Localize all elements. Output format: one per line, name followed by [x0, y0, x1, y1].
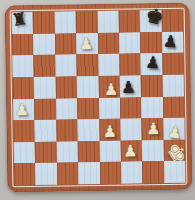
piece-black-rook[interactable]: ♜ — [11, 10, 29, 29]
square-g6[interactable]: ♟ — [141, 53, 163, 75]
piece-white-pawn[interactable]: ♟ — [102, 124, 117, 140]
square-f3[interactable] — [120, 118, 142, 140]
square-f8[interactable] — [119, 10, 141, 32]
square-f2[interactable]: ♟ — [121, 140, 143, 162]
square-h2[interactable]: ♚ — [163, 139, 185, 161]
square-a8[interactable]: ♜ — [12, 12, 34, 34]
square-g4[interactable] — [141, 96, 163, 118]
square-a2[interactable] — [14, 142, 36, 164]
square-f7[interactable] — [119, 32, 141, 54]
square-g5[interactable] — [141, 75, 163, 97]
square-b5[interactable] — [34, 77, 56, 99]
square-b6[interactable] — [34, 55, 56, 77]
photo-scene: ♜♚♟♟♟♟♟♟♟♟♟♟♚ — [0, 0, 195, 200]
square-a3[interactable] — [13, 120, 35, 142]
square-h5[interactable] — [162, 75, 184, 97]
square-g3[interactable]: ♟ — [142, 118, 164, 140]
square-e4[interactable] — [99, 97, 121, 119]
square-b2[interactable] — [35, 141, 57, 163]
square-d6[interactable] — [76, 54, 98, 76]
square-e6[interactable] — [98, 54, 120, 76]
square-b7[interactable] — [33, 33, 55, 55]
piece-white-pawn[interactable]: ♟ — [79, 37, 94, 53]
square-b3[interactable] — [35, 120, 57, 142]
square-d7[interactable]: ♟ — [76, 33, 98, 55]
square-a6[interactable] — [12, 55, 34, 77]
square-e2[interactable] — [99, 140, 121, 162]
square-f6[interactable] — [119, 54, 141, 76]
square-c4[interactable] — [56, 98, 78, 120]
chess-board: ♜♚♟♟♟♟♟♟♟♟♟♟♚ — [5, 3, 193, 193]
square-c7[interactable] — [55, 33, 77, 55]
square-g8[interactable]: ♚ — [140, 10, 162, 32]
square-e7[interactable] — [97, 32, 119, 54]
square-d2[interactable] — [78, 141, 100, 163]
square-f1[interactable] — [121, 162, 143, 184]
square-d8[interactable] — [76, 11, 98, 33]
piece-white-pawn[interactable]: ♟ — [146, 121, 161, 137]
square-a1[interactable] — [14, 163, 36, 185]
square-d3[interactable] — [77, 119, 99, 141]
square-a4[interactable]: ♟ — [13, 99, 35, 121]
square-b4[interactable] — [34, 98, 56, 120]
square-f4[interactable] — [120, 97, 142, 119]
square-h1[interactable] — [164, 161, 186, 183]
square-d5[interactable] — [77, 76, 99, 98]
square-e1[interactable] — [100, 162, 122, 184]
piece-white-pawn[interactable]: ♟ — [123, 143, 138, 159]
square-c5[interactable] — [55, 76, 77, 98]
square-g7[interactable] — [140, 32, 162, 54]
square-b8[interactable] — [33, 12, 55, 34]
square-h7[interactable]: ♟ — [162, 31, 184, 53]
piece-white-pawn[interactable]: ♟ — [15, 102, 30, 118]
square-c6[interactable] — [55, 55, 77, 77]
square-b1[interactable] — [35, 163, 57, 185]
piece-white-pawn[interactable]: ♟ — [104, 81, 119, 97]
square-h8[interactable] — [161, 10, 183, 32]
square-d1[interactable] — [78, 162, 100, 184]
square-e8[interactable] — [97, 11, 119, 33]
square-e5[interactable]: ♟ — [98, 76, 120, 98]
square-g1[interactable] — [142, 161, 164, 183]
square-h4[interactable] — [163, 96, 185, 118]
square-d4[interactable] — [77, 98, 99, 120]
board-grid: ♜♚♟♟♟♟♟♟♟♟♟♟♚ — [12, 10, 186, 186]
square-a7[interactable] — [12, 34, 34, 56]
piece-black-pawn[interactable]: ♟ — [163, 34, 179, 51]
square-c8[interactable] — [54, 11, 76, 33]
square-f5[interactable]: ♟ — [120, 75, 142, 97]
square-e3[interactable]: ♟ — [99, 119, 121, 141]
square-h6[interactable] — [162, 53, 184, 75]
piece-black-pawn[interactable]: ♟ — [121, 79, 136, 95]
square-c3[interactable] — [56, 119, 78, 141]
square-h3[interactable]: ♟ — [163, 118, 185, 140]
square-c2[interactable] — [56, 141, 78, 163]
piece-black-pawn[interactable]: ♟ — [145, 55, 160, 72]
square-c1[interactable] — [57, 163, 79, 185]
square-a5[interactable] — [13, 77, 35, 99]
